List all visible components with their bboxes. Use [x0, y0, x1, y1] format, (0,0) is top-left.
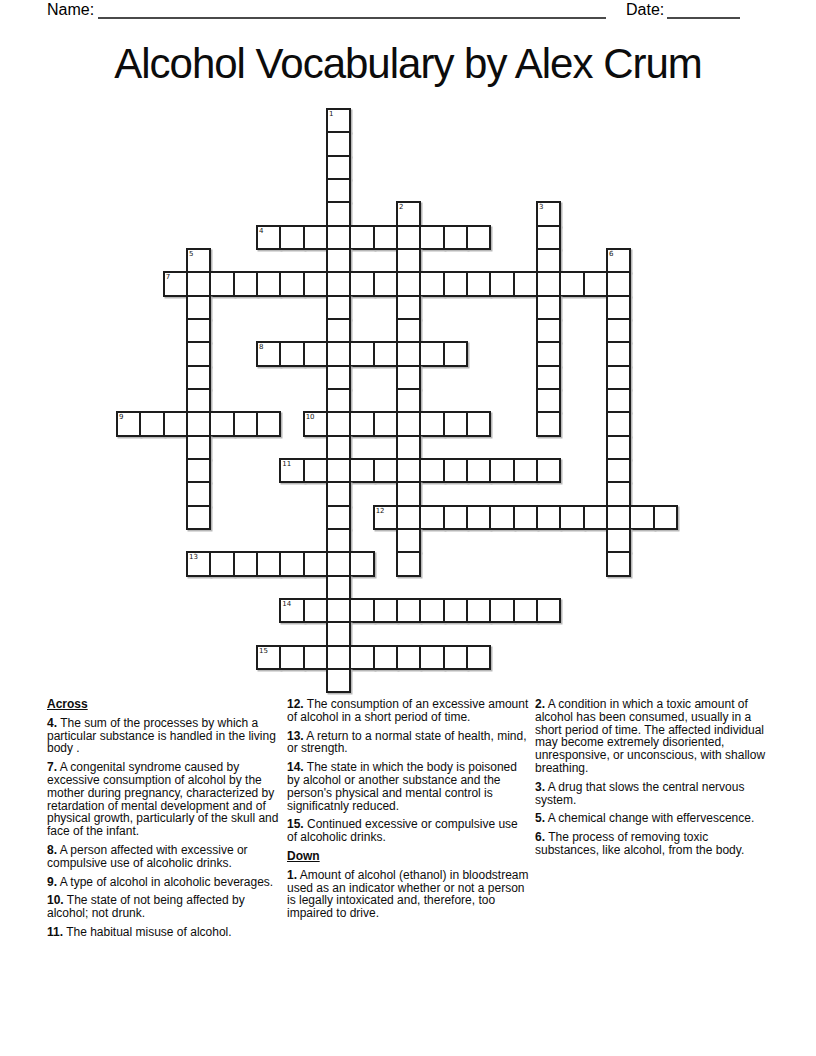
clue-item-1: 1. Amount of alcohol (ethanol) in bloods… [287, 869, 530, 920]
grid-cell-r17c16[interactable] [489, 505, 514, 530]
clue-number: 8. [47, 843, 57, 857]
grid-cell-r21c15[interactable] [466, 598, 491, 623]
grid-cell-r7c15[interactable] [466, 271, 491, 296]
grid-cell-r19c7[interactable] [279, 551, 304, 576]
grid-cell-r19c3[interactable]: 13 [186, 551, 211, 576]
grid-cell-r7c21[interactable] [606, 271, 631, 296]
grid-cell-r18c12[interactable] [396, 528, 421, 553]
grid-cell-r7c19[interactable] [559, 271, 584, 296]
clue-item-14: 14. The state in which the body is poiso… [287, 761, 530, 812]
clue-item-11: 11. The habitual misuse of alcohol. [47, 926, 280, 939]
grid-cell-r7c4[interactable] [209, 271, 234, 296]
grid-cell-r10c12[interactable] [396, 341, 421, 366]
clue-number: 7. [47, 760, 57, 774]
cell-number-4: 4 [259, 227, 263, 235]
cell-number-7: 7 [166, 273, 170, 281]
grid-cell-r5c14[interactable] [443, 225, 468, 250]
grid-cell-r17c19[interactable] [559, 505, 584, 530]
clue-number: 11. [47, 925, 63, 939]
grid-cell-r4c12[interactable]: 2 [396, 201, 421, 226]
clue-number: 15. [287, 817, 304, 831]
clue-item-15: 15. Continued excessive or compulsive us… [287, 818, 530, 844]
grid-cell-r17c15[interactable] [466, 505, 491, 530]
cell-number-6: 6 [609, 250, 613, 258]
grid-cell-r13c14[interactable] [443, 411, 468, 436]
grid-cell-r19c10[interactable] [349, 551, 374, 576]
grid-cell-r9c3[interactable] [186, 318, 211, 343]
grid-cell-r15c8[interactable] [303, 458, 328, 483]
grid-cell-r21c11[interactable] [373, 598, 398, 623]
grid-cell-r11c3[interactable] [186, 365, 211, 390]
grid-cell-r12c3[interactable] [186, 388, 211, 413]
grid-cell-r23c12[interactable] [396, 645, 421, 670]
grid-cell-r15c3[interactable] [186, 458, 211, 483]
grid-cell-r23c6[interactable]: 15 [256, 645, 281, 670]
page-title: Alcohol Vocabulary by Alex Crum [0, 40, 816, 88]
grid-cell-r21c9[interactable] [326, 598, 351, 623]
grid-cell-r17c17[interactable] [513, 505, 538, 530]
grid-cell-r16c21[interactable] [606, 481, 631, 506]
grid-cell-r5c13[interactable] [419, 225, 444, 250]
grid-cell-r17c13[interactable] [419, 505, 444, 530]
grid-cell-r9c9[interactable] [326, 318, 351, 343]
grid-cell-r7c5[interactable] [233, 271, 258, 296]
grid-cell-r14c21[interactable] [606, 435, 631, 460]
grid-cell-r13c21[interactable] [606, 411, 631, 436]
grid-cell-r7c17[interactable] [513, 271, 538, 296]
grid-cell-r23c10[interactable] [349, 645, 374, 670]
grid-cell-r19c21[interactable] [606, 551, 631, 576]
grid-cell-r21c13[interactable] [419, 598, 444, 623]
cell-number-9: 9 [119, 413, 123, 421]
cell-number-11: 11 [282, 460, 291, 468]
grid-cell-r15c16[interactable] [489, 458, 514, 483]
grid-cell-r7c13[interactable] [419, 271, 444, 296]
grid-cell-r15c21[interactable] [606, 458, 631, 483]
grid-cell-r13c18[interactable] [536, 411, 561, 436]
grid-cell-r19c8[interactable] [303, 551, 328, 576]
grid-cell-r14c12[interactable] [396, 435, 421, 460]
grid-cell-r4c9[interactable] [326, 201, 351, 226]
grid-cell-r2c9[interactable] [326, 155, 351, 180]
grid-cell-r7c10[interactable] [349, 271, 374, 296]
date-label: Date: [626, 1, 664, 19]
grid-cell-r19c9[interactable] [326, 551, 351, 576]
grid-cell-r7c12[interactable] [396, 271, 421, 296]
grid-cell-r6c21[interactable]: 6 [606, 248, 631, 273]
worksheet-page: { "header": { "name_label": "Name:", "da… [0, 0, 816, 1056]
clue-item-3: 3. A drug that slows the central nervous… [535, 781, 774, 807]
clue-item-13: 13. A return to a normal state of health… [287, 730, 530, 756]
grid-cell-r21c10[interactable] [349, 598, 374, 623]
grid-cell-r23c11[interactable] [373, 645, 398, 670]
grid-cell-r7c7[interactable] [279, 271, 304, 296]
grid-cell-r15c7[interactable]: 11 [279, 458, 304, 483]
grid-cell-r13c3[interactable] [186, 411, 211, 436]
grid-cell-r13c0[interactable]: 9 [116, 411, 141, 436]
grid-cell-r17c21[interactable] [606, 505, 631, 530]
grid-cell-r9c12[interactable] [396, 318, 421, 343]
grid-cell-r6c9[interactable] [326, 248, 351, 273]
grid-cell-r13c5[interactable] [233, 411, 258, 436]
grid-cell-r23c8[interactable] [303, 645, 328, 670]
grid-cell-r21c7[interactable]: 14 [279, 598, 304, 623]
grid-cell-r12c12[interactable] [396, 388, 421, 413]
clue-number: 10. [47, 893, 64, 907]
grid-cell-r12c21[interactable] [606, 388, 631, 413]
grid-cell-r7c2[interactable]: 7 [163, 271, 188, 296]
grid-cell-r5c12[interactable] [396, 225, 421, 250]
grid-cell-r15c11[interactable] [373, 458, 398, 483]
grid-cell-r19c5[interactable] [233, 551, 258, 576]
grid-cell-r23c15[interactable] [466, 645, 491, 670]
clues-column-left: Across4. The sum of the processes by whi… [47, 698, 280, 945]
clue-item-9: 9. A type of alcohol in alcoholic bevera… [47, 876, 280, 889]
grid-cell-r15c17[interactable] [513, 458, 538, 483]
cell-number-1: 1 [329, 110, 333, 118]
grid-cell-r8c12[interactable] [396, 295, 421, 320]
grid-cell-r21c12[interactable] [396, 598, 421, 623]
grid-cell-r10c14[interactable] [443, 341, 468, 366]
grid-cell-r19c6[interactable] [256, 551, 281, 576]
grid-cell-r7c16[interactable] [489, 271, 514, 296]
grid-cell-r5c11[interactable] [373, 225, 398, 250]
grid-cell-r5c9[interactable] [326, 225, 351, 250]
cell-number-5: 5 [189, 250, 193, 258]
grid-cell-r16c12[interactable] [396, 481, 421, 506]
clue-number: 2. [535, 697, 545, 711]
grid-cell-r3c9[interactable] [326, 178, 351, 203]
crossword-grid: 123456789101112131415 [117, 109, 679, 694]
grid-cell-r5c18[interactable] [536, 225, 561, 250]
grid-cell-r15c10[interactable] [349, 458, 374, 483]
grid-cell-r13c2[interactable] [163, 411, 188, 436]
grid-cell-r10c10[interactable] [349, 341, 374, 366]
grid-cell-r17c11[interactable]: 12 [373, 505, 398, 530]
clue-item-7: 7. A congenital syndrome caused by exces… [47, 761, 280, 838]
grid-cell-r19c4[interactable] [209, 551, 234, 576]
grid-cell-r13c13[interactable] [419, 411, 444, 436]
clues-heading-down: Down [287, 850, 530, 863]
grid-cell-r8c3[interactable] [186, 295, 211, 320]
name-blank-line [98, 0, 606, 19]
cell-number-10: 10 [306, 413, 315, 421]
grid-cell-r6c3[interactable]: 5 [186, 248, 211, 273]
grid-cell-r17c23[interactable] [653, 505, 678, 530]
grid-cell-r13c10[interactable] [349, 411, 374, 436]
grid-cell-r8c21[interactable] [606, 295, 631, 320]
grid-cell-r5c10[interactable] [349, 225, 374, 250]
cell-number-8: 8 [259, 343, 263, 351]
cell-number-13: 13 [189, 553, 198, 561]
grid-cell-r17c3[interactable] [186, 505, 211, 530]
grid-cell-r13c8[interactable]: 10 [303, 411, 328, 436]
grid-cell-r7c18[interactable] [536, 271, 561, 296]
grid-cell-r17c20[interactable] [583, 505, 608, 530]
grid-cell-r7c11[interactable] [373, 271, 398, 296]
grid-cell-r1c9[interactable] [326, 131, 351, 156]
clue-number: 9. [47, 875, 57, 889]
cell-number-2: 2 [399, 203, 403, 211]
clue-item-8: 8. A person affected with excessive or c… [47, 844, 280, 870]
grid-cell-r13c15[interactable] [466, 411, 491, 436]
grid-cell-r10c18[interactable] [536, 341, 561, 366]
clue-item-12: 12. The consumption of an excessive amou… [287, 698, 530, 724]
grid-cell-r17c12[interactable] [396, 505, 421, 530]
grid-cell-r17c9[interactable] [326, 505, 351, 530]
grid-cell-r8c9[interactable] [326, 295, 351, 320]
grid-cell-r21c18[interactable] [536, 598, 561, 623]
clue-number: 6. [535, 830, 545, 844]
grid-cell-r13c4[interactable] [209, 411, 234, 436]
grid-cell-r19c12[interactable] [396, 551, 421, 576]
grid-cell-r15c15[interactable] [466, 458, 491, 483]
grid-cell-r16c3[interactable] [186, 481, 211, 506]
clue-item-4: 4. The sum of the processes by which a p… [47, 717, 280, 755]
grid-cell-r5c15[interactable] [466, 225, 491, 250]
grid-cell-r21c8[interactable] [303, 598, 328, 623]
grid-cell-r0c9[interactable]: 1 [326, 108, 351, 133]
grid-cell-r22c9[interactable] [326, 621, 351, 646]
grid-cell-r17c14[interactable] [443, 505, 468, 530]
grid-cell-r13c12[interactable] [396, 411, 421, 436]
grid-cell-r12c18[interactable] [536, 388, 561, 413]
grid-cell-r6c12[interactable] [396, 248, 421, 273]
grid-cell-r23c13[interactable] [419, 645, 444, 670]
grid-cell-r17c22[interactable] [629, 505, 654, 530]
grid-cell-r21c16[interactable] [489, 598, 514, 623]
grid-cell-r15c12[interactable] [396, 458, 421, 483]
grid-cell-r10c8[interactable] [303, 341, 328, 366]
grid-cell-r18c9[interactable] [326, 528, 351, 553]
grid-cell-r7c9[interactable] [326, 271, 351, 296]
grid-cell-r10c3[interactable] [186, 341, 211, 366]
grid-cell-r20c9[interactable] [326, 575, 351, 600]
grid-cell-r13c6[interactable] [256, 411, 281, 436]
grid-cell-r13c11[interactable] [373, 411, 398, 436]
clue-item-5: 5. A chemical change with effervescence. [535, 812, 774, 825]
grid-cell-r12c9[interactable] [326, 388, 351, 413]
grid-cell-r10c7[interactable] [279, 341, 304, 366]
clue-number: 13. [287, 729, 304, 743]
grid-cell-r5c8[interactable] [303, 225, 328, 250]
grid-cell-r16c9[interactable] [326, 481, 351, 506]
grid-cell-r10c13[interactable] [419, 341, 444, 366]
clue-item-6: 6. The process of removing toxic substan… [535, 831, 774, 857]
grid-cell-r7c6[interactable] [256, 271, 281, 296]
clue-number: 14. [287, 760, 304, 774]
grid-cell-r17c18[interactable] [536, 505, 561, 530]
grid-cell-r7c8[interactable] [303, 271, 328, 296]
grid-cell-r11c21[interactable] [606, 365, 631, 390]
grid-cell-r23c9[interactable] [326, 645, 351, 670]
grid-cell-r9c21[interactable] [606, 318, 631, 343]
clue-number: 3. [535, 780, 545, 794]
cell-number-3: 3 [539, 203, 543, 211]
name-label: Name: [47, 1, 94, 19]
grid-cell-r10c11[interactable] [373, 341, 398, 366]
grid-cell-r10c21[interactable] [606, 341, 631, 366]
grid-cell-r5c6[interactable]: 4 [256, 225, 281, 250]
grid-cell-r11c12[interactable] [396, 365, 421, 390]
grid-cell-r10c9[interactable] [326, 341, 351, 366]
grid-cell-r24c9[interactable] [326, 668, 351, 693]
grid-cell-r7c20[interactable] [583, 271, 608, 296]
grid-cell-r9c18[interactable] [536, 318, 561, 343]
grid-cell-r13c1[interactable] [139, 411, 164, 436]
grid-cell-r6c18[interactable] [536, 248, 561, 273]
cell-number-12: 12 [376, 507, 385, 515]
clues-column-middle: 12. The consumption of an excessive amou… [287, 698, 530, 926]
grid-cell-r4c18[interactable]: 3 [536, 201, 561, 226]
grid-cell-r7c14[interactable] [443, 271, 468, 296]
grid-cell-r23c7[interactable] [279, 645, 304, 670]
clues-column-right: 2. A condition in which a toxic amount o… [535, 698, 774, 863]
grid-cell-r14c3[interactable] [186, 435, 211, 460]
cell-number-14: 14 [282, 600, 291, 608]
grid-cell-r8c18[interactable] [536, 295, 561, 320]
grid-cell-r15c13[interactable] [419, 458, 444, 483]
grid-cell-r15c9[interactable] [326, 458, 351, 483]
grid-cell-r21c14[interactable] [443, 598, 468, 623]
grid-cell-r15c18[interactable] [536, 458, 561, 483]
grid-cell-r5c7[interactable] [279, 225, 304, 250]
grid-cell-r10c6[interactable]: 8 [256, 341, 281, 366]
grid-cell-r18c21[interactable] [606, 528, 631, 553]
grid-cell-r15c14[interactable] [443, 458, 468, 483]
clue-item-2: 2. A condition in which a toxic amount o… [535, 698, 774, 775]
clue-number: 12. [287, 697, 304, 711]
clue-number: 1. [287, 868, 297, 882]
grid-cell-r11c9[interactable] [326, 365, 351, 390]
grid-cell-r21c17[interactable] [513, 598, 538, 623]
clue-item-10: 10. The state of not being affected by a… [47, 894, 280, 920]
cell-number-15: 15 [259, 647, 268, 655]
grid-cell-r13c9[interactable] [326, 411, 351, 436]
grid-cell-r7c3[interactable] [186, 271, 211, 296]
grid-cell-r14c9[interactable] [326, 435, 351, 460]
clue-number: 4. [47, 716, 57, 730]
clue-number: 5. [535, 811, 545, 825]
clues-heading-across: Across [47, 698, 280, 711]
date-blank-line [667, 0, 740, 19]
grid-cell-r23c14[interactable] [443, 645, 468, 670]
grid-cell-r11c18[interactable] [536, 365, 561, 390]
